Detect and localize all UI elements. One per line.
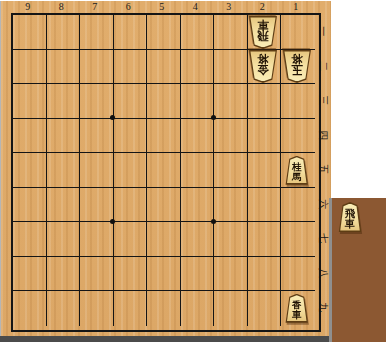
cell-6f[interactable] xyxy=(114,188,148,223)
hoshi-dot xyxy=(211,115,216,120)
cell-4f[interactable] xyxy=(181,188,215,223)
cell-5c[interactable] xyxy=(147,84,181,119)
rank-labels: 一二三四五六七八九 xyxy=(316,14,330,325)
hoshi-dot xyxy=(110,219,115,224)
cell-5i[interactable] xyxy=(147,291,181,326)
cell-3g[interactable] xyxy=(214,222,248,257)
cell-4d[interactable] xyxy=(181,119,215,154)
cell-8g[interactable] xyxy=(47,222,81,257)
cell-8d[interactable] xyxy=(47,119,81,154)
cell-9c[interactable] xyxy=(13,84,47,119)
cell-8b[interactable] xyxy=(47,50,81,85)
koma-kanji: 将 xyxy=(291,53,303,65)
cell-3b[interactable] xyxy=(214,50,248,85)
piece-gote-king[interactable]: 玉将 xyxy=(282,50,312,83)
cell-4a[interactable] xyxy=(181,15,215,50)
koma-shape: 玉将 xyxy=(282,50,312,83)
file-label-1: 1 xyxy=(279,1,313,13)
cell-7b[interactable] xyxy=(80,50,114,85)
hoshi-dot xyxy=(110,115,115,120)
cell-8a[interactable] xyxy=(47,15,81,50)
piece-sente-knight[interactable]: 桂馬 xyxy=(285,156,309,185)
cell-3a[interactable] xyxy=(214,15,248,50)
file-label-8: 8 xyxy=(45,1,79,13)
cell-2i[interactable] xyxy=(248,291,282,326)
hoshi-dot xyxy=(211,219,216,224)
cell-3c[interactable] xyxy=(214,84,248,119)
cell-6d[interactable] xyxy=(114,119,148,154)
piece-gote-rook[interactable]: 飛車 xyxy=(248,16,278,49)
cell-5f[interactable] xyxy=(147,188,181,223)
koma-shape: 桂馬 xyxy=(285,156,309,185)
cell-7f[interactable] xyxy=(80,188,114,223)
koma-shape: 飛車 xyxy=(338,202,362,232)
file-label-6: 6 xyxy=(112,1,146,13)
cell-5a[interactable] xyxy=(147,15,181,50)
koma-kanji: 馬 xyxy=(292,172,302,182)
file-label-4: 4 xyxy=(179,1,213,13)
cell-7a[interactable] xyxy=(80,15,114,50)
cell-2c[interactable] xyxy=(248,84,282,119)
rank-label-4: 四 xyxy=(306,128,341,142)
cell-5b[interactable] xyxy=(147,50,181,85)
cell-3h[interactable] xyxy=(214,257,248,292)
koma-kanji: 車 xyxy=(292,310,302,320)
cell-5d[interactable] xyxy=(147,119,181,154)
cell-8f[interactable] xyxy=(47,188,81,223)
rank-label-5: 五 xyxy=(306,162,341,176)
koma-kanji: 車 xyxy=(258,18,270,30)
cell-9d[interactable] xyxy=(13,119,47,154)
cell-8c[interactable] xyxy=(47,84,81,119)
piece-gote-gold[interactable]: 金将 xyxy=(248,50,278,83)
cell-9e[interactable] xyxy=(13,153,47,188)
cell-7c[interactable] xyxy=(80,84,114,119)
cell-6g[interactable] xyxy=(114,222,148,257)
koma-kanji: 玉 xyxy=(291,64,303,76)
cell-9i[interactable] xyxy=(13,291,47,326)
cell-4c[interactable] xyxy=(181,84,215,119)
cell-2h[interactable] xyxy=(248,257,282,292)
rank-label-1: 一 xyxy=(306,24,341,38)
cell-3i[interactable] xyxy=(214,291,248,326)
cell-6a[interactable] xyxy=(114,15,148,50)
cell-4b[interactable] xyxy=(181,50,215,85)
cell-9b[interactable] xyxy=(13,50,47,85)
cell-5h[interactable] xyxy=(147,257,181,292)
file-label-3: 3 xyxy=(212,1,246,13)
koma-kanji: 金 xyxy=(258,64,270,76)
koma-kanji: 将 xyxy=(258,53,270,65)
shogi-app-window: 987654321 一二三四五六七八九 飛車金将玉将桂馬香車飛車 xyxy=(0,0,386,342)
cell-7d[interactable] xyxy=(80,119,114,154)
koma-face: 飛車 xyxy=(340,204,361,231)
cell-6b[interactable] xyxy=(114,50,148,85)
cell-6h[interactable] xyxy=(114,257,148,292)
koma-shape: 金将 xyxy=(248,50,278,83)
cell-9a[interactable] xyxy=(13,15,47,50)
cell-8h[interactable] xyxy=(47,257,81,292)
cell-9f[interactable] xyxy=(13,188,47,223)
cell-4g[interactable] xyxy=(181,222,215,257)
board-bottom-shadow xyxy=(0,336,331,342)
cell-6c[interactable] xyxy=(114,84,148,119)
koma-face: 香車 xyxy=(286,295,307,321)
koma-kanji: 桂 xyxy=(292,162,302,172)
koma-kanji: 香 xyxy=(292,300,302,310)
koma-kanji: 車 xyxy=(345,219,355,230)
koma-face: 飛車 xyxy=(250,17,277,47)
cell-7e[interactable] xyxy=(80,153,114,188)
cell-8e[interactable] xyxy=(47,153,81,188)
koma-kanji: 飛 xyxy=(258,30,270,42)
cell-5g[interactable] xyxy=(147,222,181,257)
file-label-5: 5 xyxy=(145,1,179,13)
koma-face: 金将 xyxy=(250,52,277,82)
cell-7h[interactable] xyxy=(80,257,114,292)
piece-sente-lance[interactable]: 香車 xyxy=(285,294,309,323)
cell-5e[interactable] xyxy=(147,153,181,188)
koma-shape: 飛車 xyxy=(248,16,278,49)
cell-7i[interactable] xyxy=(80,291,114,326)
cell-8i[interactable] xyxy=(47,291,81,326)
cell-2d[interactable] xyxy=(248,119,282,154)
cell-2g[interactable] xyxy=(248,222,282,257)
file-label-7: 7 xyxy=(78,1,112,13)
cell-4i[interactable] xyxy=(181,291,215,326)
cell-2e[interactable] xyxy=(248,153,282,188)
koma-face: 玉将 xyxy=(283,52,310,82)
file-labels: 987654321 xyxy=(11,1,317,13)
cell-3d[interactable] xyxy=(214,119,248,154)
cell-3f[interactable] xyxy=(214,188,248,223)
koma-face: 桂馬 xyxy=(286,157,307,183)
cell-7g[interactable] xyxy=(80,222,114,257)
piece-hand-rook[interactable]: 飛車 xyxy=(338,202,362,232)
cell-4h[interactable] xyxy=(181,257,215,292)
cell-9h[interactable] xyxy=(13,257,47,292)
cell-6i[interactable] xyxy=(114,291,148,326)
cell-4e[interactable] xyxy=(181,153,215,188)
koma-shape: 香車 xyxy=(285,294,309,323)
file-label-9: 9 xyxy=(11,1,45,13)
rank-label-3: 三 xyxy=(306,93,341,107)
cell-2f[interactable] xyxy=(248,188,282,223)
file-label-2: 2 xyxy=(246,1,280,13)
cell-6e[interactable] xyxy=(114,153,148,188)
cell-9g[interactable] xyxy=(13,222,47,257)
cell-3e[interactable] xyxy=(214,153,248,188)
